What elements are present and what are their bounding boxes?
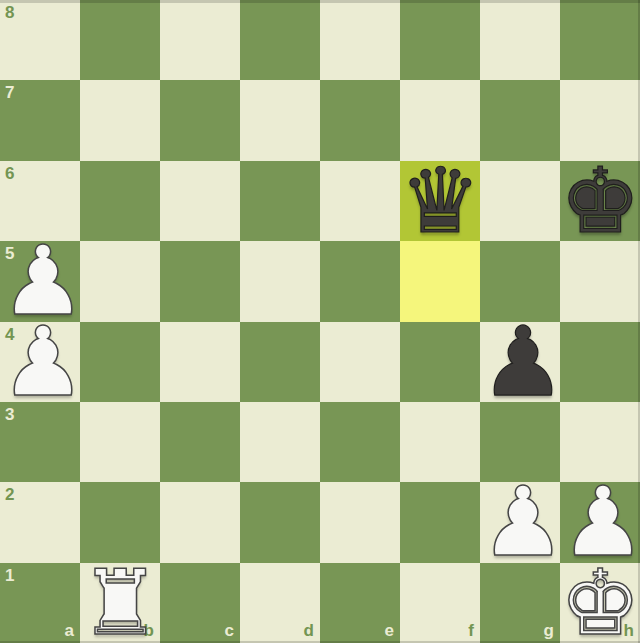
square-e8[interactable] [320,0,400,80]
square-h1[interactable]: h♚ [560,563,640,643]
square-d2[interactable] [240,482,320,562]
square-h8[interactable] [560,0,640,80]
white-king[interactable]: ♚ [560,563,640,643]
square-f4[interactable] [400,322,480,402]
square-c4[interactable] [160,322,240,402]
file-label-f: f [468,621,474,641]
square-e4[interactable] [320,322,400,402]
square-f2[interactable] [400,482,480,562]
board-grid: 876♛♚5♟4♟♟32♟♟1ab♜cdefgh♚ [0,0,640,643]
square-d5[interactable] [240,241,320,321]
square-d7[interactable] [240,80,320,160]
square-c2[interactable] [160,482,240,562]
square-b1[interactable]: b♜ [80,563,160,643]
square-f8[interactable] [400,0,480,80]
square-e7[interactable] [320,80,400,160]
square-e6[interactable] [320,161,400,241]
square-a8[interactable]: 8 [0,0,80,80]
square-c1[interactable]: c [160,563,240,643]
rank-label-7: 7 [5,83,14,103]
file-label-c: c [225,621,234,641]
square-a4[interactable]: 4♟ [0,322,80,402]
black-king[interactable]: ♚ [560,161,640,241]
square-d6[interactable] [240,161,320,241]
square-e1[interactable]: e [320,563,400,643]
black-queen[interactable]: ♛ [400,161,480,241]
square-e3[interactable] [320,402,400,482]
rank-label-2: 2 [5,485,14,505]
square-h6[interactable]: ♚ [560,161,640,241]
square-f6[interactable]: ♛ [400,161,480,241]
square-b3[interactable] [80,402,160,482]
rank-label-6: 6 [5,164,14,184]
square-e2[interactable] [320,482,400,562]
square-d8[interactable] [240,0,320,80]
square-c7[interactable] [160,80,240,160]
square-a2[interactable]: 2 [0,482,80,562]
white-rook[interactable]: ♜ [80,563,160,643]
file-label-e: e [385,621,394,641]
square-g6[interactable] [480,161,560,241]
square-e5[interactable] [320,241,400,321]
square-c6[interactable] [160,161,240,241]
square-g2[interactable]: ♟ [480,482,560,562]
rank-label-8: 8 [5,3,14,23]
file-label-g: g [544,621,554,641]
square-b6[interactable] [80,161,160,241]
square-b8[interactable] [80,0,160,80]
square-b7[interactable] [80,80,160,160]
file-label-a: a [65,621,74,641]
square-b4[interactable] [80,322,160,402]
square-d1[interactable]: d [240,563,320,643]
square-b5[interactable] [80,241,160,321]
square-f3[interactable] [400,402,480,482]
square-g4[interactable]: ♟ [480,322,560,402]
square-f5[interactable] [400,241,480,321]
square-c5[interactable] [160,241,240,321]
square-d3[interactable] [240,402,320,482]
square-f1[interactable]: f [400,563,480,643]
square-h5[interactable] [560,241,640,321]
square-g7[interactable] [480,80,560,160]
chess-board: 876♛♚5♟4♟♟32♟♟1ab♜cdefgh♚ [0,0,640,643]
white-pawn[interactable]: ♟ [480,482,560,562]
square-c3[interactable] [160,402,240,482]
square-g8[interactable] [480,0,560,80]
square-d4[interactable] [240,322,320,402]
square-a1[interactable]: 1a [0,563,80,643]
black-pawn[interactable]: ♟ [480,322,560,402]
square-c8[interactable] [160,0,240,80]
square-a7[interactable]: 7 [0,80,80,160]
rank-label-1: 1 [5,566,14,586]
white-pawn[interactable]: ♟ [0,322,80,402]
file-label-d: d [304,621,314,641]
square-h4[interactable] [560,322,640,402]
